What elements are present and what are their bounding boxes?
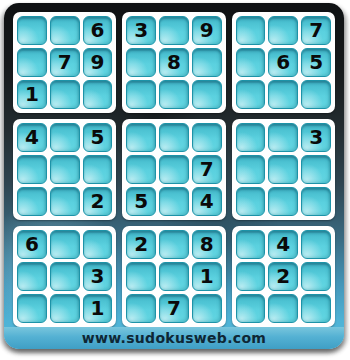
cell-r4c2[interactable] [50, 123, 80, 152]
cell-r6c7[interactable] [236, 187, 266, 216]
cell-r1c6[interactable]: 9 [192, 16, 222, 45]
cell-r2c5[interactable]: 8 [159, 48, 189, 77]
cell-r8c1[interactable] [17, 262, 47, 291]
cell-r5c8[interactable] [268, 155, 298, 184]
cell-r3c7[interactable] [236, 80, 266, 109]
cell-r7c1[interactable]: 6 [17, 230, 47, 259]
cell-r4c6[interactable] [192, 123, 222, 152]
cell-r9c5[interactable]: 7 [159, 294, 189, 323]
cell-r9c2[interactable] [50, 294, 80, 323]
cell-r5c7[interactable] [236, 155, 266, 184]
cell-r2c6[interactable] [192, 48, 222, 77]
cell-r8c2[interactable] [50, 262, 80, 291]
cell-r7c8[interactable]: 4 [268, 230, 298, 259]
cell-r4c4[interactable] [126, 123, 156, 152]
cell-r7c3[interactable] [83, 230, 113, 259]
cell-r3c4[interactable] [126, 80, 156, 109]
cell-r9c7[interactable] [236, 294, 266, 323]
cell-r4c1[interactable]: 4 [17, 123, 47, 152]
cell-r1c4[interactable]: 3 [126, 16, 156, 45]
cell-r3c6[interactable] [192, 80, 222, 109]
cell-r7c5[interactable] [159, 230, 189, 259]
sudoku-box-4: 452 [13, 119, 116, 220]
cell-r8c8[interactable]: 2 [268, 262, 298, 291]
cell-r9c9[interactable] [301, 294, 331, 323]
footer-bar: www.sudokusweb.com [4, 327, 344, 349]
cell-r3c3[interactable] [83, 80, 113, 109]
cell-r4c8[interactable] [268, 123, 298, 152]
website-caption: www.sudokusweb.com [82, 327, 266, 349]
cell-r4c9[interactable]: 3 [301, 123, 331, 152]
cell-r1c5[interactable] [159, 16, 189, 45]
sudoku-box-9: 42 [232, 226, 335, 327]
sudoku-grid: 67913987654527543631281742 [4, 3, 344, 327]
cell-r3c5[interactable] [159, 80, 189, 109]
cell-r2c4[interactable] [126, 48, 156, 77]
sudoku-box-7: 631 [13, 226, 116, 327]
cell-r9c6[interactable] [192, 294, 222, 323]
cell-r9c8[interactable] [268, 294, 298, 323]
sudoku-box-5: 754 [122, 119, 225, 220]
cell-r6c8[interactable] [268, 187, 298, 216]
cell-r2c7[interactable] [236, 48, 266, 77]
cell-r2c8[interactable]: 6 [268, 48, 298, 77]
sudoku-box-3: 765 [232, 12, 335, 113]
cell-r6c9[interactable] [301, 187, 331, 216]
cell-r3c2[interactable] [50, 80, 80, 109]
cell-r2c3[interactable]: 9 [83, 48, 113, 77]
sudoku-board-panel: 67913987654527543631281742 www.sudokuswe… [4, 3, 344, 349]
cell-r6c1[interactable] [17, 187, 47, 216]
cell-r1c2[interactable] [50, 16, 80, 45]
sudoku-box-8: 2817 [122, 226, 225, 327]
cell-r3c9[interactable] [301, 80, 331, 109]
cell-r9c1[interactable] [17, 294, 47, 323]
cell-r5c4[interactable] [126, 155, 156, 184]
cell-r8c4[interactable] [126, 262, 156, 291]
cell-r4c3[interactable]: 5 [83, 123, 113, 152]
cell-r2c9[interactable]: 5 [301, 48, 331, 77]
cell-r7c6[interactable]: 8 [192, 230, 222, 259]
cell-r1c8[interactable] [268, 16, 298, 45]
cell-r9c4[interactable] [126, 294, 156, 323]
cell-r2c2[interactable]: 7 [50, 48, 80, 77]
cell-r7c2[interactable] [50, 230, 80, 259]
cell-r1c1[interactable] [17, 16, 47, 45]
cell-r3c1[interactable]: 1 [17, 80, 47, 109]
cell-r9c3[interactable]: 1 [83, 294, 113, 323]
cell-r5c1[interactable] [17, 155, 47, 184]
cell-r8c3[interactable]: 3 [83, 262, 113, 291]
cell-r2c1[interactable] [17, 48, 47, 77]
cell-r5c9[interactable] [301, 155, 331, 184]
sudoku-box-6: 3 [232, 119, 335, 220]
cell-r4c5[interactable] [159, 123, 189, 152]
cell-r7c9[interactable] [301, 230, 331, 259]
cell-r1c7[interactable] [236, 16, 266, 45]
cell-r4c7[interactable] [236, 123, 266, 152]
cell-r8c7[interactable] [236, 262, 266, 291]
cell-r5c5[interactable] [159, 155, 189, 184]
cell-r5c2[interactable] [50, 155, 80, 184]
cell-r3c8[interactable] [268, 80, 298, 109]
cell-r7c4[interactable]: 2 [126, 230, 156, 259]
cell-r7c7[interactable] [236, 230, 266, 259]
cell-r5c3[interactable] [83, 155, 113, 184]
cell-r1c3[interactable]: 6 [83, 16, 113, 45]
cell-r1c9[interactable]: 7 [301, 16, 331, 45]
sudoku-box-2: 398 [122, 12, 225, 113]
cell-r8c5[interactable] [159, 262, 189, 291]
cell-r5c6[interactable]: 7 [192, 155, 222, 184]
cell-r8c9[interactable] [301, 262, 331, 291]
cell-r6c5[interactable] [159, 187, 189, 216]
cell-r6c4[interactable]: 5 [126, 187, 156, 216]
sudoku-box-1: 6791 [13, 12, 116, 113]
cell-r8c6[interactable]: 1 [192, 262, 222, 291]
cell-r6c3[interactable]: 2 [83, 187, 113, 216]
cell-r6c6[interactable]: 4 [192, 187, 222, 216]
cell-r6c2[interactable] [50, 187, 80, 216]
